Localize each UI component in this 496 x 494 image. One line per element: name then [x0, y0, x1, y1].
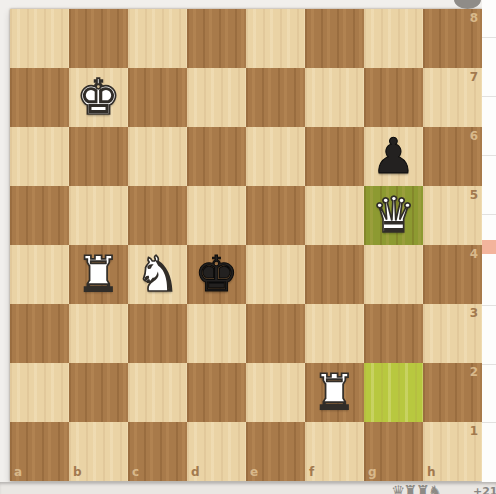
- material-advantage: +21: [473, 485, 496, 494]
- square-e8[interactable]: [246, 9, 305, 68]
- square-a3[interactable]: [10, 304, 69, 363]
- square-c3[interactable]: [128, 304, 187, 363]
- file-label-f: f: [309, 466, 314, 478]
- square-c2[interactable]: [128, 363, 187, 422]
- move-list-row-divider: [482, 37, 496, 38]
- square-b2[interactable]: [69, 363, 128, 422]
- chess-board[interactable]: 8♚7♟6♛5♜♞♚43♜2abcdefgh1: [10, 9, 482, 481]
- rank-label-2: 2: [470, 366, 478, 378]
- square-g2[interactable]: [364, 363, 423, 422]
- square-e7[interactable]: [246, 68, 305, 127]
- square-f5[interactable]: [305, 186, 364, 245]
- square-f7[interactable]: [305, 68, 364, 127]
- square-e5[interactable]: [246, 186, 305, 245]
- piece-black-pawn[interactable]: ♟: [364, 127, 423, 186]
- captured-pieces-icons: ♛♜♜♞: [391, 484, 440, 494]
- square-b6[interactable]: [69, 127, 128, 186]
- square-c6[interactable]: [128, 127, 187, 186]
- square-a8[interactable]: [10, 9, 69, 68]
- square-a2[interactable]: [10, 363, 69, 422]
- square-h8[interactable]: 8: [423, 9, 482, 68]
- file-label-g: g: [368, 466, 377, 478]
- square-f3[interactable]: [305, 304, 364, 363]
- square-b1[interactable]: b: [69, 422, 128, 481]
- square-d3[interactable]: [187, 304, 246, 363]
- rank-label-4: 4: [470, 248, 478, 260]
- rank-label-6: 6: [470, 130, 478, 142]
- square-g5[interactable]: ♛: [364, 186, 423, 245]
- square-g4[interactable]: [364, 245, 423, 304]
- move-list-row-divider: [482, 96, 496, 97]
- square-e3[interactable]: [246, 304, 305, 363]
- pawn-icon: [454, 0, 481, 9]
- square-c7[interactable]: [128, 68, 187, 127]
- rank-label-7: 7: [470, 71, 478, 83]
- square-a7[interactable]: [10, 68, 69, 127]
- square-g1[interactable]: g: [364, 422, 423, 481]
- square-b4[interactable]: ♜: [69, 245, 128, 304]
- square-b5[interactable]: [69, 186, 128, 245]
- square-f8[interactable]: [305, 9, 364, 68]
- square-h3[interactable]: 3: [423, 304, 482, 363]
- piece-white-king[interactable]: ♚: [69, 68, 128, 127]
- square-g8[interactable]: [364, 9, 423, 68]
- square-e6[interactable]: [246, 127, 305, 186]
- file-label-e: e: [250, 466, 258, 478]
- square-e1[interactable]: e: [246, 422, 305, 481]
- file-label-b: b: [73, 466, 82, 478]
- square-h6[interactable]: 6: [423, 127, 482, 186]
- square-g7[interactable]: [364, 68, 423, 127]
- square-e4[interactable]: [246, 245, 305, 304]
- square-c8[interactable]: [128, 9, 187, 68]
- page: { "game": "chess", "position": { "fen": …: [0, 0, 496, 494]
- square-d6[interactable]: [187, 127, 246, 186]
- square-a4[interactable]: [10, 245, 69, 304]
- square-d8[interactable]: [187, 9, 246, 68]
- move-list-row-divider: [482, 305, 496, 306]
- square-a1[interactable]: a: [10, 422, 69, 481]
- square-d5[interactable]: [187, 186, 246, 245]
- file-label-c: c: [132, 466, 139, 478]
- piece-white-knight[interactable]: ♞: [128, 245, 187, 304]
- square-a6[interactable]: [10, 127, 69, 186]
- square-e2[interactable]: [246, 363, 305, 422]
- square-h7[interactable]: 7: [423, 68, 482, 127]
- square-d1[interactable]: d: [187, 422, 246, 481]
- square-g6[interactable]: ♟: [364, 127, 423, 186]
- piece-white-rook[interactable]: ♜: [305, 363, 364, 422]
- square-d4[interactable]: ♚: [187, 245, 246, 304]
- square-h5[interactable]: 5: [423, 186, 482, 245]
- rank-label-3: 3: [470, 307, 478, 319]
- square-a5[interactable]: [10, 186, 69, 245]
- square-f2[interactable]: ♜: [305, 363, 364, 422]
- piece-black-king[interactable]: ♚: [187, 245, 246, 304]
- square-h4[interactable]: 4: [423, 245, 482, 304]
- file-label-a: a: [14, 466, 22, 478]
- piece-white-rook[interactable]: ♜: [69, 245, 128, 304]
- move-list-row-divider: [482, 422, 496, 423]
- move-list-row-divider: [482, 214, 496, 215]
- rank-label-1: 1: [470, 425, 478, 437]
- square-b7[interactable]: ♚: [69, 68, 128, 127]
- move-list-row-divider: [482, 364, 496, 365]
- file-label-h: h: [427, 466, 436, 478]
- rank-label-8: 8: [470, 12, 478, 24]
- square-c4[interactable]: ♞: [128, 245, 187, 304]
- square-f1[interactable]: f: [305, 422, 364, 481]
- file-label-d: d: [191, 466, 200, 478]
- square-d2[interactable]: [187, 363, 246, 422]
- square-b8[interactable]: [69, 9, 128, 68]
- move-list-selected-move[interactable]: [482, 240, 496, 254]
- rank-label-5: 5: [470, 189, 478, 201]
- square-g3[interactable]: [364, 304, 423, 363]
- move-list-row-divider: [482, 155, 496, 156]
- move-list-edge: [482, 0, 496, 482]
- square-h1[interactable]: h1: [423, 422, 482, 481]
- square-d7[interactable]: [187, 68, 246, 127]
- square-b3[interactable]: [69, 304, 128, 363]
- square-f4[interactable]: [305, 245, 364, 304]
- piece-white-queen[interactable]: ♛: [364, 186, 423, 245]
- square-c5[interactable]: [128, 186, 187, 245]
- square-c1[interactable]: c: [128, 422, 187, 481]
- square-h2[interactable]: 2: [423, 363, 482, 422]
- square-f6[interactable]: [305, 127, 364, 186]
